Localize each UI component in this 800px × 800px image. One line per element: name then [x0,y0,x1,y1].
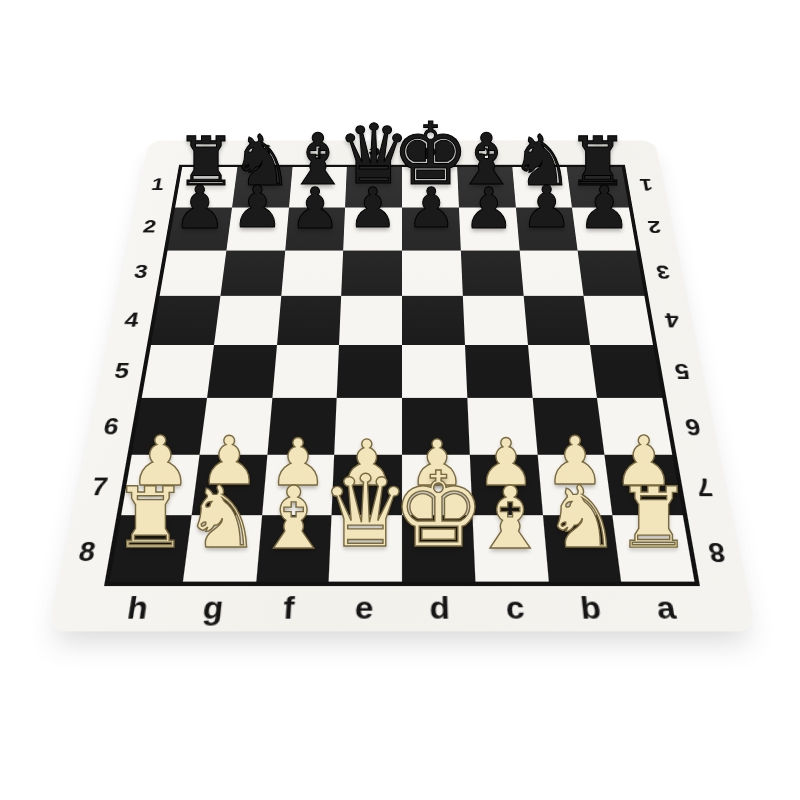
file-label-a: a [654,590,678,626]
square-e4[interactable] [339,296,402,345]
file-labels-bottom: hgfedcba [96,586,708,631]
rank-label-4: 4 [663,308,681,331]
rank-label-1: 1 [638,176,654,195]
rank-label-3: 3 [132,261,149,282]
file-label-f: f [282,590,295,626]
chess-set-photo-stage: hgfedcba hgfedcba 12345678 12345678 ♜♞♝♚… [0,0,800,800]
square-d5[interactable] [402,345,467,398]
file-label-d: d [429,590,450,626]
piece-black-pawn[interactable]: ♟ [173,178,226,237]
rank-label-4: 4 [123,308,141,331]
file-label-h: h [125,590,151,626]
square-e3[interactable] [341,250,402,296]
square-g3[interactable] [220,250,285,296]
square-b4[interactable] [523,296,590,345]
piece-black-pawn[interactable]: ♟ [231,179,283,237]
rank-label-5: 5 [112,359,131,383]
rank-label-1: 1 [150,176,166,195]
square-c3[interactable] [461,250,524,296]
piece-black-pawn[interactable]: ♟ [578,178,631,237]
square-e5[interactable] [337,345,402,398]
piece-white-knight[interactable]: ♞ [543,475,620,561]
piece-white-queen[interactable]: ♛ [321,462,410,562]
square-a4[interactable] [584,296,653,345]
square-c4[interactable] [463,296,528,345]
rank-label-3: 3 [654,261,671,282]
piece-black-pawn[interactable]: ♟ [464,180,515,237]
piece-black-pawn[interactable]: ♟ [521,179,573,237]
rank-label-2: 2 [646,217,663,237]
square-f5[interactable] [272,345,339,398]
rank-label-6: 6 [683,414,703,440]
square-h4[interactable] [151,296,220,345]
square-d3[interactable] [402,250,463,296]
rank-label-6: 6 [101,414,121,440]
rank-label-5: 5 [673,359,692,383]
square-c5[interactable] [465,345,532,398]
square-a5[interactable] [590,345,662,398]
piece-white-knight[interactable]: ♞ [184,475,261,561]
rank-label-2: 2 [141,217,158,237]
square-g5[interactable] [207,345,277,398]
piece-white-rook[interactable]: ♜ [113,477,188,561]
rank-label-8: 8 [76,536,98,567]
square-h5[interactable] [142,345,214,398]
rank-label-7: 7 [694,473,715,501]
square-g4[interactable] [214,296,281,345]
square-b5[interactable] [528,345,598,398]
file-label-c: c [505,590,526,626]
file-label-g: g [201,590,225,626]
piece-black-pawn[interactable]: ♟ [407,181,457,236]
piece-white-bishop[interactable]: ♝ [255,474,332,560]
file-label-b: b [579,590,603,626]
piece-black-pawn[interactable]: ♟ [290,180,341,237]
square-d4[interactable] [402,296,465,345]
square-b3[interactable] [519,250,584,296]
file-label-e: e [355,590,374,626]
square-f3[interactable] [281,250,344,296]
square-a3[interactable] [578,250,645,296]
square-h3[interactable] [160,250,227,296]
piece-black-pawn[interactable]: ♟ [348,181,398,236]
piece-white-rook[interactable]: ♜ [616,477,691,561]
rank-label-7: 7 [89,473,110,501]
square-f4[interactable] [277,296,342,345]
rank-label-8: 8 [706,536,728,567]
